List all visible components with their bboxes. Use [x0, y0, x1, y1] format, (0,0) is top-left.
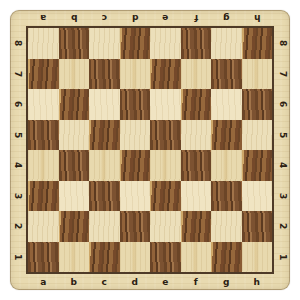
square-h7[interactable] — [242, 59, 273, 90]
square-c7[interactable] — [89, 59, 120, 90]
square-d1[interactable] — [120, 242, 151, 273]
board-grid — [26, 26, 274, 274]
square-d4[interactable] — [120, 150, 151, 181]
square-h5[interactable] — [242, 120, 273, 151]
square-g4[interactable] — [211, 150, 242, 181]
chessboard-screenshot: abcdefgh abcdefgh 87654321 87654321 — [0, 0, 300, 300]
chess-board — [10, 10, 290, 290]
square-e6[interactable] — [150, 89, 181, 120]
square-a5[interactable] — [28, 120, 59, 151]
square-h6[interactable] — [242, 89, 273, 120]
square-f3[interactable] — [181, 181, 212, 212]
square-a3[interactable] — [28, 181, 59, 212]
square-a8[interactable] — [28, 28, 59, 59]
square-g2[interactable] — [211, 211, 242, 242]
square-f7[interactable] — [181, 59, 212, 90]
square-c3[interactable] — [89, 181, 120, 212]
square-e5[interactable] — [150, 120, 181, 151]
square-g5[interactable] — [211, 120, 242, 151]
square-d8[interactable] — [120, 28, 151, 59]
square-e2[interactable] — [150, 211, 181, 242]
square-g8[interactable] — [211, 28, 242, 59]
square-h3[interactable] — [242, 181, 273, 212]
square-a6[interactable] — [28, 89, 59, 120]
square-d6[interactable] — [120, 89, 151, 120]
square-g7[interactable] — [211, 59, 242, 90]
square-c1[interactable] — [89, 242, 120, 273]
square-f6[interactable] — [181, 89, 212, 120]
square-b5[interactable] — [59, 120, 90, 151]
square-d5[interactable] — [120, 120, 151, 151]
square-h1[interactable] — [242, 242, 273, 273]
square-h8[interactable] — [242, 28, 273, 59]
square-b6[interactable] — [59, 89, 90, 120]
square-g6[interactable] — [211, 89, 242, 120]
square-e8[interactable] — [150, 28, 181, 59]
square-b3[interactable] — [59, 181, 90, 212]
square-b2[interactable] — [59, 211, 90, 242]
square-f5[interactable] — [181, 120, 212, 151]
square-c5[interactable] — [89, 120, 120, 151]
square-c8[interactable] — [89, 28, 120, 59]
square-b8[interactable] — [59, 28, 90, 59]
square-b7[interactable] — [59, 59, 90, 90]
square-e3[interactable] — [150, 181, 181, 212]
square-f4[interactable] — [181, 150, 212, 181]
square-d2[interactable] — [120, 211, 151, 242]
square-b1[interactable] — [59, 242, 90, 273]
square-e1[interactable] — [150, 242, 181, 273]
square-a4[interactable] — [28, 150, 59, 181]
square-d3[interactable] — [120, 181, 151, 212]
square-e7[interactable] — [150, 59, 181, 90]
square-a1[interactable] — [28, 242, 59, 273]
square-c6[interactable] — [89, 89, 120, 120]
square-h2[interactable] — [242, 211, 273, 242]
square-b4[interactable] — [59, 150, 90, 181]
square-a7[interactable] — [28, 59, 59, 90]
square-a2[interactable] — [28, 211, 59, 242]
square-f1[interactable] — [181, 242, 212, 273]
square-d7[interactable] — [120, 59, 151, 90]
square-g1[interactable] — [211, 242, 242, 273]
square-c2[interactable] — [89, 211, 120, 242]
square-g3[interactable] — [211, 181, 242, 212]
square-e4[interactable] — [150, 150, 181, 181]
square-f8[interactable] — [181, 28, 212, 59]
square-f2[interactable] — [181, 211, 212, 242]
square-h4[interactable] — [242, 150, 273, 181]
square-c4[interactable] — [89, 150, 120, 181]
